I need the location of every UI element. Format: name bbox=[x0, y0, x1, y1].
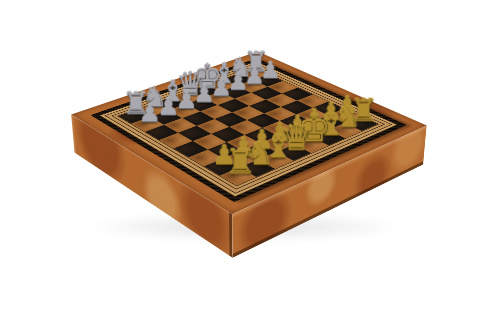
perspective-wrapper: ♜♞♝♛♚♝♞♜♟♟♟♟♟♟♟♟♟♟♟♟♟♟♟♟♜♞♝♛♚♝♞♜ bbox=[0, 0, 480, 320]
chess-case: ♜♞♝♛♚♝♞♜♟♟♟♟♟♟♟♟♟♟♟♟♟♟♟♟♜♞♝♛♚♝♞♜ bbox=[71, 52, 427, 215]
chess-set-photo: ♜♞♝♛♚♝♞♜♟♟♟♟♟♟♟♟♟♟♟♟♟♟♟♟♜♞♝♛♚♝♞♜ bbox=[0, 0, 480, 320]
case-top: ♜♞♝♛♚♝♞♜♟♟♟♟♟♟♟♟♟♟♟♟♟♟♟♟♜♞♝♛♚♝♞♜ bbox=[71, 52, 427, 215]
piece-silver-pawn: ♟ bbox=[138, 85, 161, 125]
square-h3 bbox=[267, 81, 297, 94]
piece-gold-rook: ♜ bbox=[228, 133, 254, 178]
square-a2: ♟ bbox=[131, 117, 164, 132]
square-a8: ♜ bbox=[220, 168, 256, 186]
